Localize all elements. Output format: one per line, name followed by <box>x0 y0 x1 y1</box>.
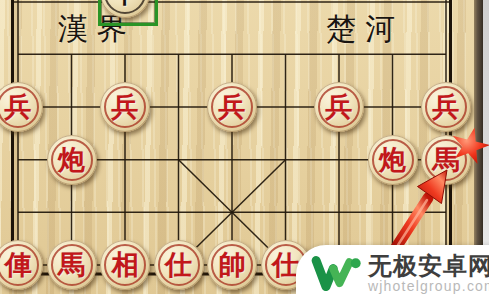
piece-red-soldier[interactable]: 兵 <box>314 82 364 132</box>
piece-red-horse[interactable]: 馬 <box>47 240 97 290</box>
brand-logo-icon <box>308 251 362 294</box>
xiangqi-board[interactable]: 漢界 楚河 卒兵兵兵兵兵炮炮馬俥馬相仕帥仕 <box>0 0 489 294</box>
piece-red-soldier[interactable]: 兵 <box>207 82 257 132</box>
move-arrow-icon <box>375 158 465 258</box>
piece-red-soldier[interactable]: 兵 <box>100 82 150 132</box>
piece-label: 兵 <box>314 82 364 132</box>
piece-label: 仕 <box>154 240 204 290</box>
river-label-chu: 楚河 <box>326 11 404 47</box>
piece-label: 馬 <box>47 240 97 290</box>
piece-label: 帥 <box>207 240 257 290</box>
watermark-site-url: wjhotelgroup.com <box>368 279 489 294</box>
piece-red-general[interactable]: 帥 <box>207 240 257 290</box>
piece-label: 兵 <box>207 82 257 132</box>
watermark-site-name: 无极安卓网 <box>368 253 489 279</box>
piece-red-soldier[interactable]: 兵 <box>421 82 471 132</box>
piece-red-soldier[interactable]: 兵 <box>0 82 43 132</box>
piece-red-cannon[interactable]: 炮 <box>47 135 97 185</box>
selection-box <box>98 0 158 26</box>
piece-red-chariot[interactable]: 俥 <box>0 240 43 290</box>
watermark: 无极安卓网 wjhotelgroup.com <box>296 245 489 294</box>
piece-red-advisor[interactable]: 仕 <box>154 240 204 290</box>
piece-red-elephant[interactable]: 相 <box>100 240 150 290</box>
piece-label: 兵 <box>100 82 150 132</box>
piece-label: 相 <box>100 240 150 290</box>
piece-label: 兵 <box>0 82 43 132</box>
piece-label: 俥 <box>0 240 43 290</box>
piece-label: 炮 <box>47 135 97 185</box>
piece-label: 兵 <box>421 82 471 132</box>
